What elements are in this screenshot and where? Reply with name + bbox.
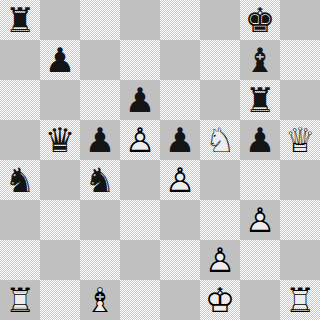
piece-black-queen[interactable]: ♛ <box>40 120 80 160</box>
piece-black-knight[interactable]: ♞ <box>0 160 40 200</box>
square-g7[interactable]: ♝ <box>240 40 280 80</box>
white-piece-outline: ♙ <box>200 240 240 280</box>
square-h3[interactable] <box>280 200 320 240</box>
piece-black-rook[interactable]: ♜ <box>240 80 280 120</box>
square-h7[interactable] <box>280 40 320 80</box>
square-d6[interactable]: ♟ <box>120 80 160 120</box>
square-g1[interactable] <box>240 280 280 320</box>
square-f8[interactable] <box>200 0 240 40</box>
square-a3[interactable] <box>0 200 40 240</box>
square-e1[interactable] <box>160 280 200 320</box>
square-d7[interactable] <box>120 40 160 80</box>
square-g6[interactable]: ♜ <box>240 80 280 120</box>
square-a5[interactable] <box>0 120 40 160</box>
square-g5[interactable]: ♟ <box>240 120 280 160</box>
square-h5[interactable]: ♛♕ <box>280 120 320 160</box>
piece-white-rook[interactable]: ♜♖ <box>280 280 320 320</box>
square-a1[interactable]: ♜♖ <box>0 280 40 320</box>
square-d3[interactable] <box>120 200 160 240</box>
square-c7[interactable] <box>80 40 120 80</box>
square-f6[interactable] <box>200 80 240 120</box>
piece-white-pawn[interactable]: ♟♙ <box>120 120 160 160</box>
square-f4[interactable] <box>200 160 240 200</box>
square-b3[interactable] <box>40 200 80 240</box>
piece-white-pawn[interactable]: ♟♙ <box>160 160 200 200</box>
square-a4[interactable]: ♞ <box>0 160 40 200</box>
piece-white-pawn[interactable]: ♟♙ <box>200 240 240 280</box>
square-c1[interactable]: ♝♗ <box>80 280 120 320</box>
square-e3[interactable] <box>160 200 200 240</box>
square-b7[interactable]: ♟ <box>40 40 80 80</box>
piece-black-pawn[interactable]: ♟ <box>40 40 80 80</box>
white-piece-outline: ♔ <box>200 280 240 320</box>
piece-black-pawn[interactable]: ♟ <box>80 120 120 160</box>
white-piece-outline: ♗ <box>80 280 120 320</box>
square-f1[interactable]: ♚♔ <box>200 280 240 320</box>
piece-black-pawn[interactable]: ♟ <box>120 80 160 120</box>
square-c5[interactable]: ♟ <box>80 120 120 160</box>
square-d2[interactable] <box>120 240 160 280</box>
square-d8[interactable] <box>120 0 160 40</box>
white-piece-outline: ♖ <box>0 280 40 320</box>
square-f3[interactable] <box>200 200 240 240</box>
square-h1[interactable]: ♜♖ <box>280 280 320 320</box>
piece-black-pawn[interactable]: ♟ <box>240 120 280 160</box>
square-h6[interactable] <box>280 80 320 120</box>
piece-black-bishop[interactable]: ♝ <box>240 40 280 80</box>
square-b2[interactable] <box>40 240 80 280</box>
white-piece-outline: ♙ <box>120 120 160 160</box>
square-b5[interactable]: ♛ <box>40 120 80 160</box>
square-a7[interactable] <box>0 40 40 80</box>
square-a6[interactable] <box>0 80 40 120</box>
piece-black-rook[interactable]: ♜ <box>0 0 40 40</box>
square-c2[interactable] <box>80 240 120 280</box>
square-a2[interactable] <box>0 240 40 280</box>
square-d1[interactable] <box>120 280 160 320</box>
square-f2[interactable]: ♟♙ <box>200 240 240 280</box>
square-b4[interactable] <box>40 160 80 200</box>
white-piece-outline: ♘ <box>200 120 240 160</box>
square-d4[interactable] <box>120 160 160 200</box>
square-f5[interactable]: ♞♘ <box>200 120 240 160</box>
piece-white-knight[interactable]: ♞♘ <box>200 120 240 160</box>
white-piece-outline: ♖ <box>280 280 320 320</box>
white-piece-outline: ♕ <box>280 120 320 160</box>
square-e4[interactable]: ♟♙ <box>160 160 200 200</box>
square-g3[interactable]: ♟♙ <box>240 200 280 240</box>
square-h4[interactable] <box>280 160 320 200</box>
square-h8[interactable] <box>280 0 320 40</box>
square-e8[interactable] <box>160 0 200 40</box>
square-c3[interactable] <box>80 200 120 240</box>
square-e6[interactable] <box>160 80 200 120</box>
white-piece-outline: ♙ <box>160 160 200 200</box>
piece-white-king[interactable]: ♚♔ <box>200 280 240 320</box>
square-g4[interactable] <box>240 160 280 200</box>
square-b6[interactable] <box>40 80 80 120</box>
square-h2[interactable] <box>280 240 320 280</box>
piece-white-bishop[interactable]: ♝♗ <box>80 280 120 320</box>
square-e7[interactable] <box>160 40 200 80</box>
chess-board: ♜♚♟♝♟♜♛♟♟♙♟♞♘♟♛♕♞♞♟♙♟♙♟♙♜♖♝♗♚♔♜♖ <box>0 0 320 320</box>
piece-white-rook[interactable]: ♜♖ <box>0 280 40 320</box>
square-b8[interactable] <box>40 0 80 40</box>
white-piece-outline: ♙ <box>240 200 280 240</box>
square-c8[interactable] <box>80 0 120 40</box>
piece-black-king[interactable]: ♚ <box>240 0 280 40</box>
square-c6[interactable] <box>80 80 120 120</box>
square-e2[interactable] <box>160 240 200 280</box>
square-f7[interactable] <box>200 40 240 80</box>
square-g2[interactable] <box>240 240 280 280</box>
piece-white-queen[interactable]: ♛♕ <box>280 120 320 160</box>
piece-black-pawn[interactable]: ♟ <box>160 120 200 160</box>
square-a8[interactable]: ♜ <box>0 0 40 40</box>
square-g8[interactable]: ♚ <box>240 0 280 40</box>
square-e5[interactable]: ♟ <box>160 120 200 160</box>
square-c4[interactable]: ♞ <box>80 160 120 200</box>
piece-white-pawn[interactable]: ♟♙ <box>240 200 280 240</box>
piece-black-knight[interactable]: ♞ <box>80 160 120 200</box>
square-b1[interactable] <box>40 280 80 320</box>
square-d5[interactable]: ♟♙ <box>120 120 160 160</box>
